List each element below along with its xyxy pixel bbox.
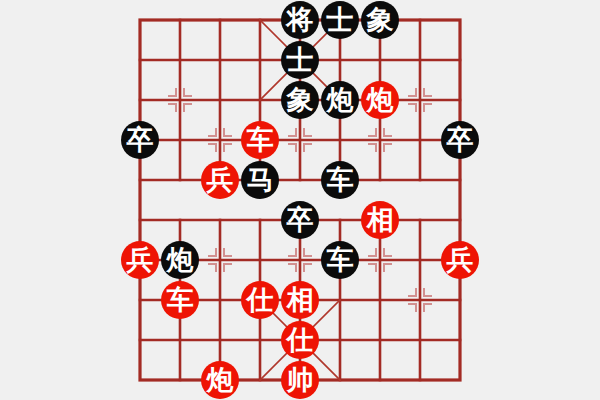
piece-grid: 将士象士象炮炮卒车卒兵马车卒相兵炮车兵车仕相仕炮帅 xyxy=(120,0,480,400)
piece-black-general[interactable]: 将 xyxy=(281,1,319,39)
piece-black-advisor[interactable]: 士 xyxy=(321,1,359,39)
piece-black-horse[interactable]: 马 xyxy=(241,161,279,199)
piece-black-pawn[interactable]: 卒 xyxy=(441,121,479,159)
piece-red-advisor[interactable]: 仕 xyxy=(281,321,319,359)
piece-red-pawn[interactable]: 兵 xyxy=(121,241,159,279)
piece-black-chariot[interactable]: 车 xyxy=(321,241,359,279)
piece-red-elephant[interactable]: 相 xyxy=(281,281,319,319)
piece-black-cannon[interactable]: 炮 xyxy=(321,81,359,119)
piece-black-elephant[interactable]: 象 xyxy=(361,1,399,39)
piece-red-chariot[interactable]: 车 xyxy=(241,121,279,159)
piece-red-cannon[interactable]: 炮 xyxy=(361,81,399,119)
piece-red-chariot[interactable]: 车 xyxy=(161,281,199,319)
piece-black-elephant[interactable]: 象 xyxy=(281,81,319,119)
piece-red-general[interactable]: 帅 xyxy=(281,361,319,399)
piece-red-advisor[interactable]: 仕 xyxy=(241,281,279,319)
piece-black-chariot[interactable]: 车 xyxy=(321,161,359,199)
xiangqi-board: 将士象士象炮炮卒车卒兵马车卒相兵炮车兵车仕相仕炮帅 xyxy=(0,0,600,400)
piece-red-pawn[interactable]: 兵 xyxy=(441,241,479,279)
piece-black-advisor[interactable]: 士 xyxy=(281,41,319,79)
piece-black-pawn[interactable]: 卒 xyxy=(281,201,319,239)
piece-black-cannon[interactable]: 炮 xyxy=(161,241,199,279)
piece-red-pawn[interactable]: 兵 xyxy=(201,161,239,199)
piece-red-cannon[interactable]: 炮 xyxy=(201,361,239,399)
piece-black-pawn[interactable]: 卒 xyxy=(121,121,159,159)
piece-red-elephant[interactable]: 相 xyxy=(361,201,399,239)
